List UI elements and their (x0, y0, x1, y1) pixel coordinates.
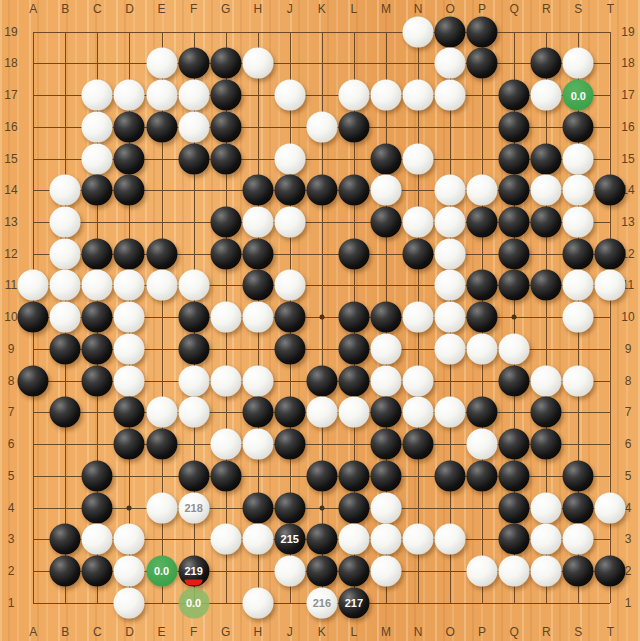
stone-white[interactable] (403, 207, 434, 238)
stone-white[interactable] (435, 302, 466, 333)
stone-white[interactable] (178, 365, 209, 396)
stone-white[interactable] (178, 111, 209, 142)
stone-black[interactable] (370, 429, 401, 460)
coord-label-column: J (287, 625, 293, 639)
stone-white[interactable] (82, 524, 113, 555)
stone-black[interactable] (114, 397, 145, 428)
stone-white[interactable] (114, 365, 145, 396)
stone-black[interactable] (338, 460, 369, 491)
stone-black[interactable]: 219 (178, 555, 209, 586)
stone-white[interactable] (114, 302, 145, 333)
ai-move-marker[interactable]: 0.0 (178, 587, 209, 618)
stone-black[interactable] (114, 175, 145, 206)
stone-black[interactable] (531, 270, 562, 301)
stone-black[interactable] (435, 460, 466, 491)
stone-white[interactable] (242, 429, 273, 460)
coord-label-row: 15 (621, 152, 634, 166)
stone-white[interactable] (274, 80, 305, 111)
stone-black[interactable] (274, 397, 305, 428)
stone-black[interactable] (146, 429, 177, 460)
coord-label-column: D (125, 625, 134, 639)
stone-white[interactable] (114, 555, 145, 586)
stone-black[interactable] (338, 492, 369, 523)
coord-label-column: S (574, 2, 582, 16)
stone-white[interactable] (50, 207, 81, 238)
stone-white[interactable]: 216 (306, 587, 337, 618)
stone-black[interactable] (82, 333, 113, 364)
star-point (319, 505, 324, 510)
stone-black[interactable] (467, 460, 498, 491)
coord-label-column: K (318, 625, 326, 639)
stone-black[interactable] (50, 524, 81, 555)
stone-white[interactable] (114, 80, 145, 111)
stone-white[interactable] (306, 111, 337, 142)
coord-label-row: 4 (8, 501, 15, 515)
stone-black[interactable] (306, 460, 337, 491)
stone-black[interactable] (467, 270, 498, 301)
coord-label-column: A (29, 2, 37, 16)
coord-label-column: G (221, 2, 230, 16)
coord-label-row: 18 (4, 56, 17, 70)
stone-black[interactable] (531, 48, 562, 79)
stone-white[interactable] (403, 80, 434, 111)
stone-white[interactable] (435, 175, 466, 206)
stone-white[interactable] (563, 524, 594, 555)
coord-label-column: D (125, 2, 134, 16)
stone-black[interactable] (338, 111, 369, 142)
stone-black[interactable] (370, 460, 401, 491)
stone-black[interactable] (306, 524, 337, 555)
coord-label-row: 7 (625, 405, 632, 419)
stone-black[interactable] (178, 460, 209, 491)
stone-white[interactable] (531, 524, 562, 555)
stone-black[interactable] (499, 111, 530, 142)
stone-white[interactable] (563, 175, 594, 206)
stone-black[interactable] (82, 555, 113, 586)
stone-white[interactable] (114, 524, 145, 555)
stone-black[interactable] (146, 111, 177, 142)
stone-black[interactable] (274, 175, 305, 206)
stone-white[interactable] (370, 555, 401, 586)
stone-white[interactable] (435, 80, 466, 111)
stone-black[interactable] (242, 238, 273, 269)
stone-white[interactable] (370, 80, 401, 111)
coord-label-column: S (574, 625, 582, 639)
coord-label-column: F (190, 2, 197, 16)
stone-white[interactable] (563, 302, 594, 333)
stone-black[interactable] (467, 302, 498, 333)
coord-label-column: R (542, 2, 551, 16)
stone-black[interactable] (563, 238, 594, 269)
coord-label-column: N (414, 2, 423, 16)
stone-white[interactable] (210, 302, 241, 333)
stone-white[interactable] (178, 80, 209, 111)
stone-black[interactable] (210, 143, 241, 174)
coord-label-column: H (253, 2, 262, 16)
stone-white[interactable] (242, 587, 273, 618)
stone-white[interactable] (435, 270, 466, 301)
coord-label-row: 8 (625, 374, 632, 388)
stone-white[interactable] (114, 587, 145, 618)
stone-black[interactable] (82, 175, 113, 206)
move-number: 219 (184, 565, 202, 576)
stone-white[interactable] (338, 80, 369, 111)
stone-black[interactable] (563, 460, 594, 491)
stone-white[interactable] (146, 80, 177, 111)
stone-white[interactable] (50, 302, 81, 333)
stone-white[interactable] (146, 492, 177, 523)
coord-label-row: 5 (625, 469, 632, 483)
coord-label-row: 13 (4, 215, 17, 229)
stone-black[interactable] (210, 80, 241, 111)
stone-white[interactable] (50, 270, 81, 301)
stone-white[interactable] (146, 48, 177, 79)
stone-white[interactable] (274, 270, 305, 301)
stone-white[interactable] (82, 143, 113, 174)
stone-black[interactable] (563, 111, 594, 142)
stone-black[interactable] (82, 365, 113, 396)
stone-white[interactable] (370, 333, 401, 364)
stone-black[interactable] (210, 48, 241, 79)
stone-black[interactable] (178, 48, 209, 79)
coord-label-column: O (445, 625, 454, 639)
stone-black[interactable] (338, 238, 369, 269)
stone-white[interactable] (435, 238, 466, 269)
stone-white[interactable] (403, 302, 434, 333)
stone-white[interactable] (210, 524, 241, 555)
stone-white[interactable] (531, 492, 562, 523)
stone-white[interactable] (563, 207, 594, 238)
stone-white[interactable] (531, 555, 562, 586)
stone-white[interactable] (467, 333, 498, 364)
stone-black[interactable] (242, 397, 273, 428)
coord-label-row: 9 (8, 342, 15, 356)
move-number: 218 (184, 502, 202, 513)
stone-white[interactable] (467, 555, 498, 586)
stone-white[interactable] (210, 365, 241, 396)
stone-white[interactable] (50, 175, 81, 206)
stone-white[interactable] (242, 524, 273, 555)
stone-black[interactable] (82, 238, 113, 269)
stone-black[interactable] (338, 333, 369, 364)
stone-white[interactable] (403, 143, 434, 174)
stone-black[interactable] (499, 492, 530, 523)
coord-label-row: 7 (8, 405, 15, 419)
stone-white[interactable] (146, 270, 177, 301)
stone-black[interactable] (499, 207, 530, 238)
coord-label-row: 11 (5, 278, 17, 292)
move-number: 216 (313, 597, 331, 608)
stone-black[interactable] (114, 143, 145, 174)
stone-white[interactable] (467, 429, 498, 460)
stone-black[interactable] (499, 365, 530, 396)
stone-white[interactable] (242, 48, 273, 79)
stone-white[interactable] (403, 524, 434, 555)
stone-white[interactable] (403, 16, 434, 47)
stone-black[interactable] (178, 143, 209, 174)
stone-black[interactable] (595, 555, 626, 586)
stone-black[interactable] (499, 80, 530, 111)
stone-black[interactable] (274, 302, 305, 333)
stone-black[interactable] (306, 365, 337, 396)
stone-white[interactable] (435, 48, 466, 79)
coord-label-column: C (93, 2, 102, 16)
stone-white[interactable] (563, 143, 594, 174)
stone-black[interactable] (274, 492, 305, 523)
stone-black[interactable] (242, 270, 273, 301)
stone-black[interactable] (467, 397, 498, 428)
stone-white[interactable] (403, 365, 434, 396)
stone-black[interactable] (499, 238, 530, 269)
coord-label-row: 16 (4, 120, 17, 134)
stone-black[interactable] (531, 207, 562, 238)
stone-black[interactable] (595, 175, 626, 206)
stone-black[interactable] (499, 429, 530, 460)
stone-black[interactable] (114, 429, 145, 460)
stone-white[interactable] (499, 555, 530, 586)
stone-white[interactable] (178, 397, 209, 428)
coord-label-row: 16 (621, 120, 634, 134)
last-move-indicator (185, 579, 203, 585)
stone-black[interactable] (210, 238, 241, 269)
stone-black[interactable] (370, 143, 401, 174)
coord-label-column: N (414, 625, 423, 639)
stone-black[interactable] (178, 302, 209, 333)
stone-black[interactable] (531, 143, 562, 174)
stone-black[interactable] (306, 555, 337, 586)
stone-black[interactable] (50, 397, 81, 428)
coord-label-row: 1 (8, 596, 15, 610)
stone-black[interactable] (242, 175, 273, 206)
coord-label-row: 15 (4, 152, 17, 166)
coord-label-row: 3 (8, 532, 15, 546)
stone-white[interactable] (18, 270, 49, 301)
stone-black[interactable] (403, 238, 434, 269)
coord-label-row: 14 (4, 183, 17, 197)
stone-black[interactable] (499, 460, 530, 491)
coord-label-column: M (381, 2, 391, 16)
stone-white[interactable] (242, 365, 273, 396)
stone-black[interactable] (595, 238, 626, 269)
stone-black[interactable] (274, 429, 305, 460)
stone-white[interactable] (274, 143, 305, 174)
stone-black[interactable] (210, 460, 241, 491)
stone-white[interactable] (435, 207, 466, 238)
stone-white[interactable] (370, 365, 401, 396)
stone-black[interactable] (114, 111, 145, 142)
coord-label-column: A (29, 625, 37, 639)
stone-white[interactable] (531, 365, 562, 396)
stone-white[interactable] (563, 365, 594, 396)
stone-white[interactable] (82, 80, 113, 111)
coord-label-column: G (221, 625, 230, 639)
stone-black[interactable] (370, 207, 401, 238)
coord-label-row: 10 (621, 310, 634, 324)
stone-white[interactable] (210, 429, 241, 460)
star-point (127, 505, 132, 510)
stone-black[interactable] (403, 429, 434, 460)
stone-black[interactable] (82, 302, 113, 333)
stone-white[interactable] (274, 207, 305, 238)
coord-label-row: 8 (8, 374, 15, 388)
stone-black[interactable] (531, 397, 562, 428)
stone-black[interactable] (18, 302, 49, 333)
stone-white[interactable] (435, 524, 466, 555)
stone-white[interactable] (531, 175, 562, 206)
star-point (512, 315, 517, 320)
stone-black[interactable] (467, 48, 498, 79)
stone-white[interactable] (178, 270, 209, 301)
stone-white[interactable] (435, 397, 466, 428)
stone-black[interactable] (531, 429, 562, 460)
stone-black[interactable] (210, 207, 241, 238)
coord-label-column: M (381, 625, 391, 639)
coord-label-column: T (607, 625, 614, 639)
stone-white[interactable] (242, 207, 273, 238)
stone-black[interactable] (338, 175, 369, 206)
go-board[interactable]: AABBCCDDEEFFGGHHJJKKLLMMNNOOPPQQRRSSTT19… (0, 0, 640, 641)
stone-white[interactable] (338, 397, 369, 428)
coord-label-row: 6 (8, 437, 15, 451)
stone-white[interactable] (82, 270, 113, 301)
coord-label-column: Q (510, 2, 519, 16)
coord-label-column: R (542, 625, 551, 639)
stone-white[interactable] (82, 111, 113, 142)
coord-label-row: 12 (4, 247, 17, 261)
stone-white[interactable] (370, 492, 401, 523)
coord-label-row: 1 (625, 596, 632, 610)
stone-white[interactable] (370, 175, 401, 206)
stone-black[interactable] (178, 333, 209, 364)
coord-label-column: B (61, 2, 69, 16)
stone-white[interactable] (467, 175, 498, 206)
coord-label-row: 3 (625, 532, 632, 546)
coord-label-row: 13 (621, 215, 634, 229)
stone-black[interactable] (370, 302, 401, 333)
stone-black[interactable] (467, 207, 498, 238)
stone-black[interactable] (370, 397, 401, 428)
coord-label-row: 9 (625, 342, 632, 356)
coord-label-row: 5 (8, 469, 15, 483)
stone-black[interactable] (563, 492, 594, 523)
stone-black[interactable] (435, 16, 466, 47)
stone-black[interactable] (210, 111, 241, 142)
stone-black[interactable] (82, 460, 113, 491)
coord-label-column: H (253, 625, 262, 639)
stone-white[interactable] (499, 333, 530, 364)
coord-label-column: F (190, 625, 197, 639)
coord-label-row: 17 (4, 88, 17, 102)
stone-black[interactable] (146, 238, 177, 269)
stone-white[interactable] (338, 524, 369, 555)
coord-label-row: 18 (621, 56, 634, 70)
coord-label-column: Q (510, 625, 519, 639)
stone-white[interactable] (595, 492, 626, 523)
stone-black[interactable] (499, 143, 530, 174)
stone-black[interactable] (242, 492, 273, 523)
coord-label-row: 2 (8, 564, 15, 578)
stone-white[interactable]: 218 (178, 492, 209, 523)
stone-white[interactable] (435, 333, 466, 364)
coord-label-column: E (158, 625, 166, 639)
coord-label-column: L (351, 2, 358, 16)
stone-black[interactable] (338, 302, 369, 333)
coord-label-column: P (478, 2, 486, 16)
stone-black[interactable] (338, 365, 369, 396)
coord-label-column: E (158, 2, 166, 16)
stone-white[interactable] (242, 302, 273, 333)
coord-label-column: B (61, 625, 69, 639)
coord-label-row: 17 (621, 88, 634, 102)
stone-white[interactable] (563, 48, 594, 79)
stone-white[interactable] (306, 397, 337, 428)
stone-black[interactable]: 215 (274, 524, 305, 555)
stone-black[interactable] (499, 270, 530, 301)
stone-black[interactable]: 217 (338, 587, 369, 618)
move-number: 215 (281, 534, 299, 545)
stone-black[interactable] (499, 175, 530, 206)
stone-white[interactable] (403, 397, 434, 428)
move-number: 217 (345, 597, 363, 608)
stone-white[interactable] (370, 524, 401, 555)
stone-black[interactable] (18, 365, 49, 396)
coord-label-row: 19 (4, 25, 17, 39)
stone-black[interactable] (114, 238, 145, 269)
stone-white[interactable] (146, 397, 177, 428)
stone-black[interactable] (499, 524, 530, 555)
stone-black[interactable] (338, 555, 369, 586)
stone-white[interactable] (595, 270, 626, 301)
stone-white[interactable] (50, 238, 81, 269)
stone-black[interactable] (563, 555, 594, 586)
stone-black[interactable] (467, 16, 498, 47)
coord-label-column: K (318, 2, 326, 16)
ai-move-marker[interactable]: 0.0 (563, 80, 594, 111)
coord-label-column: T (607, 2, 614, 16)
stone-white[interactable] (274, 555, 305, 586)
stone-black[interactable] (274, 333, 305, 364)
coord-label-column: O (445, 2, 454, 16)
stone-white[interactable] (114, 333, 145, 364)
coord-label-column: J (287, 2, 293, 16)
stone-white[interactable] (114, 270, 145, 301)
coord-label-row: 10 (4, 310, 17, 324)
coord-label-row: 6 (625, 437, 632, 451)
coord-label-column: L (351, 625, 358, 639)
stone-white[interactable] (531, 80, 562, 111)
stone-black[interactable] (50, 555, 81, 586)
stone-black[interactable] (306, 175, 337, 206)
stone-black[interactable] (82, 492, 113, 523)
stone-black[interactable] (50, 333, 81, 364)
ai-move-marker[interactable]: 0.0 (146, 555, 177, 586)
coord-label-column: P (478, 625, 486, 639)
star-point (319, 315, 324, 320)
coord-label-row: 19 (621, 25, 634, 39)
stone-white[interactable] (563, 270, 594, 301)
coord-label-column: C (93, 625, 102, 639)
